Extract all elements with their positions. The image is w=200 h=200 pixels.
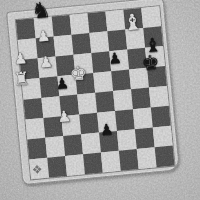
piece-white-rook-a5[interactable]: ♜ [13,69,31,88]
piece-black-king-h5[interactable]: ♚ [141,52,161,74]
piece-black-pawn-e2[interactable]: ♟ [99,122,114,138]
piece-white-pawn-b7[interactable]: ♟ [36,29,51,45]
chess-board: ♞♟♝♟♟♟♝♜♟♚♚♟♟❖ [6,0,180,185]
board-emblem: ❖ [31,163,43,176]
piece-black-pawn-c5[interactable]: ♟ [55,76,70,92]
chessboard-photo: ♞♟♝♟♟♟♝♜♟♚♚♟♟❖ [0,0,200,200]
piece-white-bishop-g7[interactable]: ♝ [122,11,144,35]
pieces-layer: ♞♟♝♟♟♟♝♜♟♚♚♟♟❖ [7,0,179,184]
piece-white-pawn-c3[interactable]: ♟ [57,109,72,125]
piece-black-pawn-f6[interactable]: ♟ [108,51,123,67]
piece-white-pawn-b6[interactable]: ♟ [39,55,54,71]
piece-white-king-d5[interactable]: ♚ [69,63,88,84]
piece-black-knight-b8[interactable]: ♞ [30,0,52,22]
piece-white-pawn-a6[interactable]: ♟ [13,51,28,67]
